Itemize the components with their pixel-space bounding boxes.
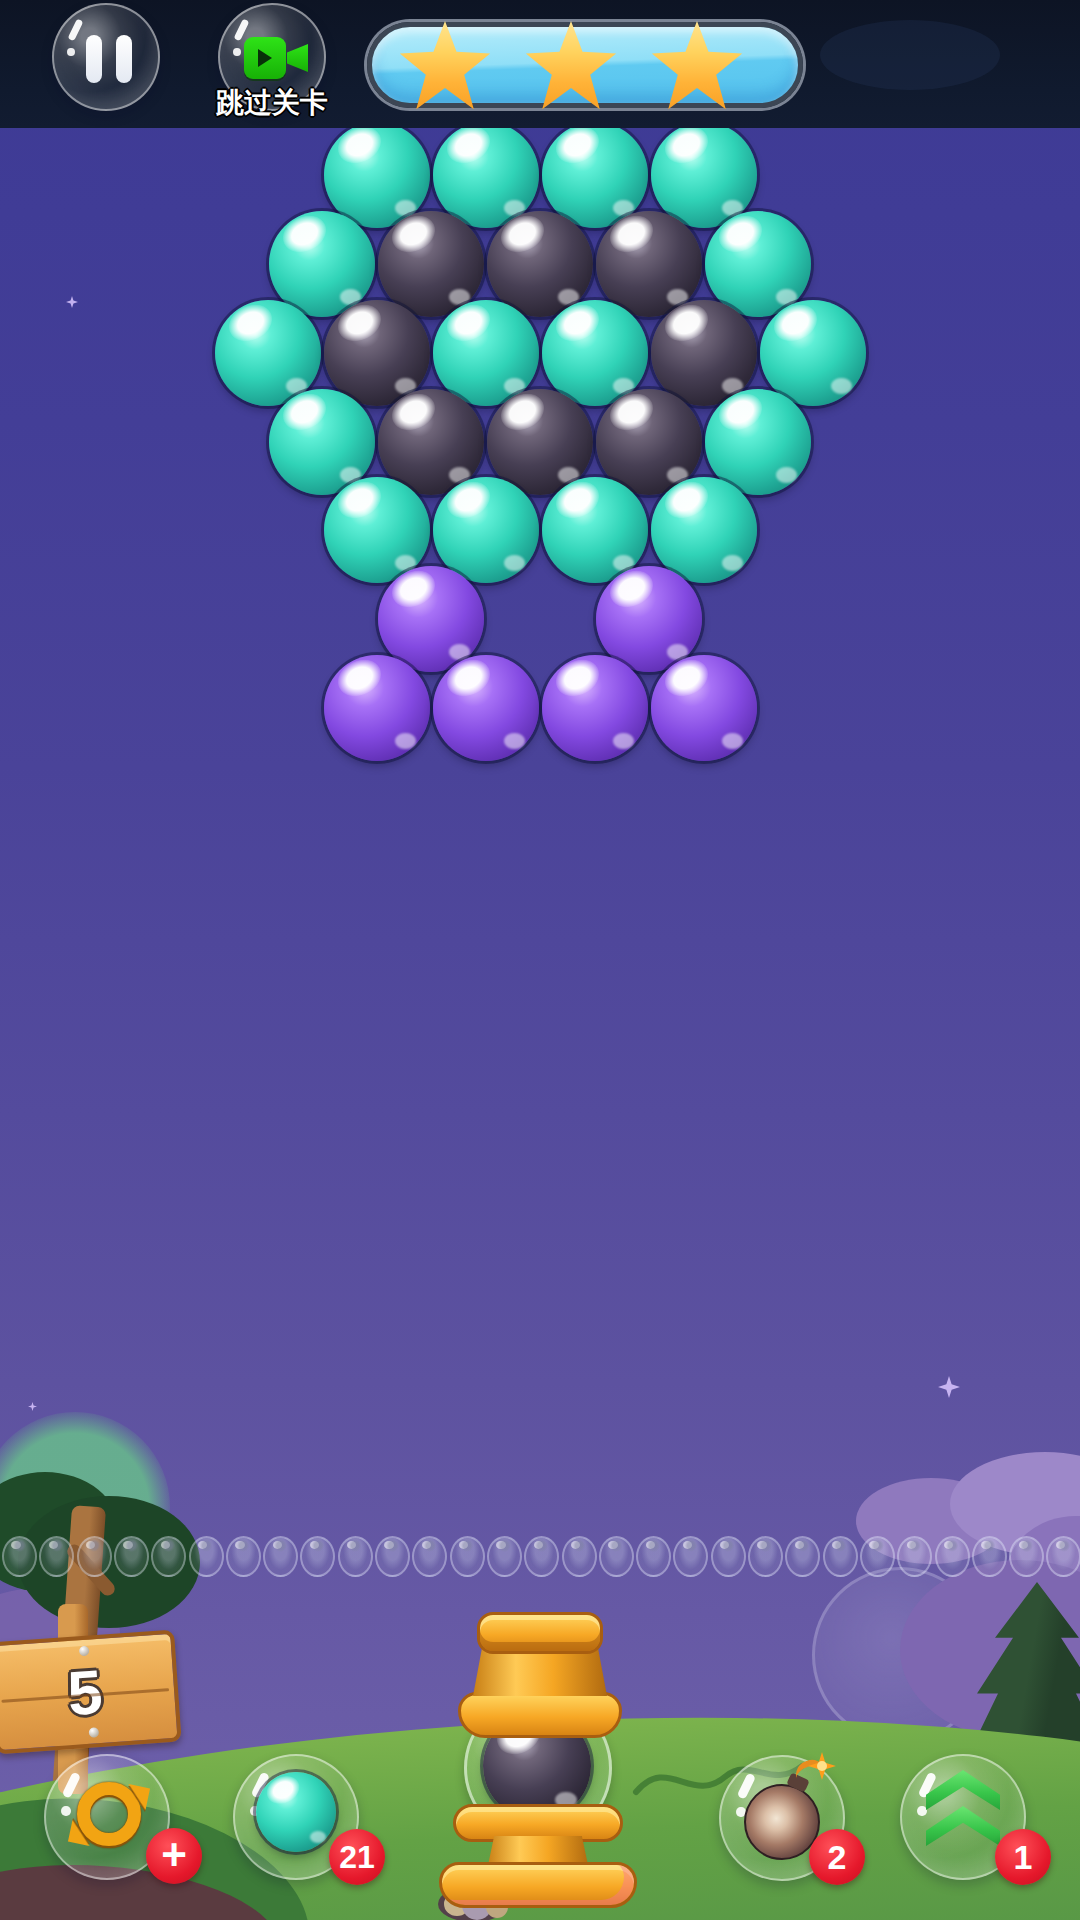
star-progress-bar — [367, 22, 803, 108]
chain-bubble — [226, 1536, 261, 1577]
bubble-teal[interactable] — [651, 122, 757, 228]
chain-bubble — [189, 1536, 224, 1577]
bubble-teal[interactable] — [705, 211, 811, 317]
bubble-teal[interactable] — [760, 300, 866, 406]
pause-button[interactable] — [52, 3, 160, 111]
chain-bubble — [1046, 1536, 1080, 1577]
chain-bubble — [972, 1536, 1007, 1577]
chain-bubble — [562, 1536, 597, 1577]
chain-bubble — [673, 1536, 708, 1577]
chain-bubble — [2, 1536, 37, 1577]
chain-bubble — [599, 1536, 634, 1577]
bubble-black[interactable] — [487, 211, 593, 317]
chain-bubble — [636, 1536, 671, 1577]
pause-icon — [86, 35, 102, 83]
camera-lens — [287, 44, 308, 72]
bubble-black[interactable] — [651, 300, 757, 406]
chain-bubble — [860, 1536, 895, 1577]
bubble-black[interactable] — [378, 211, 484, 317]
chain-bubble — [1009, 1536, 1044, 1577]
swap-badge: + — [146, 1828, 202, 1884]
bubble-teal[interactable] — [651, 477, 757, 583]
chain-bubble — [375, 1536, 410, 1577]
bomb-count-badge: 2 — [809, 1829, 865, 1885]
star-icon — [523, 19, 619, 115]
bubble-teal[interactable] — [542, 122, 648, 228]
chain-bubble — [897, 1536, 932, 1577]
bubble-teal[interactable] — [542, 300, 648, 406]
bubble-teal[interactable] — [542, 477, 648, 583]
chain-bubble — [823, 1536, 858, 1577]
bubble-purple[interactable] — [324, 655, 430, 761]
bubble-teal[interactable] — [269, 211, 375, 317]
star-icon — [397, 19, 493, 115]
bubble-purple[interactable] — [378, 566, 484, 672]
pause-icon — [116, 35, 132, 83]
chain-bubble — [524, 1536, 559, 1577]
game-screen: 5 + 21 2 1 跳过关卡 — [0, 0, 1080, 1920]
teal-bubble-icon — [256, 1772, 336, 1852]
chain-bubble — [785, 1536, 820, 1577]
chain-bubble — [114, 1536, 149, 1577]
bubble-teal[interactable] — [433, 122, 539, 228]
chain-bubble — [263, 1536, 298, 1577]
chain-bubble — [935, 1536, 970, 1577]
bubble-black[interactable] — [324, 300, 430, 406]
chain-bubble — [412, 1536, 447, 1577]
top-bar-cloud — [820, 20, 1000, 90]
chain-bubble — [748, 1536, 783, 1577]
camera-body — [244, 37, 286, 79]
level-sign-board: 5 — [0, 1630, 182, 1755]
swap-arrowhead — [68, 1820, 94, 1846]
chain-bubble — [338, 1536, 373, 1577]
chain-bubble — [487, 1536, 522, 1577]
skip-level-label: 跳过关卡 — [182, 84, 362, 122]
chain-bubble — [151, 1536, 186, 1577]
bubble-teal[interactable] — [433, 477, 539, 583]
chain-bubble — [711, 1536, 746, 1577]
cannon-collar — [458, 1692, 622, 1738]
video-camera-icon — [244, 36, 310, 80]
sparkle-icon — [66, 296, 78, 308]
chain-bubble — [450, 1536, 485, 1577]
sparkle-icon — [28, 1402, 37, 1411]
bubble-teal[interactable] — [433, 300, 539, 406]
cannon-muzzle — [477, 1612, 603, 1654]
bubble-black[interactable] — [596, 211, 702, 317]
chain-bubble — [77, 1536, 112, 1577]
sign-nail — [79, 1646, 90, 1657]
bubble-purple[interactable] — [596, 566, 702, 672]
chain-bubble — [300, 1536, 335, 1577]
bubble-teal[interactable] — [324, 477, 430, 583]
sparkle-icon — [938, 1376, 960, 1398]
bubble-teal[interactable] — [215, 300, 321, 406]
bubble-purple[interactable] — [542, 655, 648, 761]
bubble-teal[interactable] — [324, 122, 430, 228]
sign-nail — [89, 1727, 100, 1738]
level-number: 5 — [65, 1655, 104, 1728]
bomb-spark-core — [817, 1761, 827, 1771]
aim-boost-count-badge: 1 — [995, 1829, 1051, 1885]
cannon-base-skirt — [439, 1862, 637, 1908]
ammo-count-badge: 21 — [329, 1829, 385, 1885]
swap-arrowhead — [124, 1784, 150, 1810]
bubble-purple[interactable] — [651, 655, 757, 761]
bomb-icon — [744, 1784, 820, 1860]
star-icon — [649, 19, 745, 115]
bubble-purple[interactable] — [433, 655, 539, 761]
